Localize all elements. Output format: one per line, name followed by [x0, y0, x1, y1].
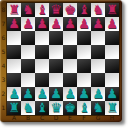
piece-white-pawn[interactable]: ♟ [64, 87, 76, 101]
rank-label-8: 8 [0, 3, 7, 17]
square-h5[interactable] [105, 45, 119, 59]
square-d7[interactable]: ♟ [49, 17, 63, 31]
rank-labels: 87654321 [0, 3, 7, 115]
square-a8[interactable]: ♜ [7, 3, 21, 17]
square-c8[interactable]: ♝ [35, 3, 49, 17]
piece-white-pawn[interactable]: ♟ [92, 87, 104, 101]
piece-black-pawn[interactable]: ♟ [92, 17, 104, 31]
square-b8[interactable]: ♞ [21, 3, 35, 17]
file-label-h: H [105, 114, 119, 122]
piece-white-bishop[interactable]: ♝ [78, 101, 90, 115]
square-f7[interactable]: ♟ [77, 17, 91, 31]
piece-black-rook[interactable]: ♜ [106, 3, 118, 17]
square-e5[interactable] [63, 45, 77, 59]
square-h6[interactable] [105, 31, 119, 45]
square-h3[interactable] [105, 73, 119, 87]
piece-white-rook[interactable]: ♜ [106, 101, 118, 115]
square-d4[interactable] [49, 59, 63, 73]
file-labels: ABCDEFGH [7, 114, 119, 122]
piece-white-knight[interactable]: ♞ [92, 101, 104, 115]
square-b7[interactable]: ♟ [21, 17, 35, 31]
square-f2[interactable]: ♟ [77, 87, 91, 101]
piece-black-queen[interactable]: ♛ [50, 3, 62, 17]
square-g6[interactable] [91, 31, 105, 45]
square-g5[interactable] [91, 45, 105, 59]
square-e7[interactable]: ♟ [63, 17, 77, 31]
square-a2[interactable]: ♟ [7, 87, 21, 101]
rank-label-3: 3 [0, 73, 7, 87]
square-h1[interactable]: ♜ [105, 101, 119, 115]
piece-black-pawn[interactable]: ♟ [8, 17, 20, 31]
piece-white-queen[interactable]: ♛ [50, 101, 62, 115]
file-label-f: F [77, 114, 91, 122]
square-g3[interactable] [91, 73, 105, 87]
rank-label-6: 6 [0, 31, 7, 45]
square-f8[interactable]: ♝ [77, 3, 91, 17]
piece-white-rook[interactable]: ♜ [8, 101, 20, 115]
square-b5[interactable] [21, 45, 35, 59]
square-c2[interactable]: ♟ [35, 87, 49, 101]
rank-label-2: 2 [0, 87, 7, 101]
square-h8[interactable]: ♜ [105, 3, 119, 17]
square-e8[interactable]: ♚ [63, 3, 77, 17]
file-label-b: B [21, 114, 35, 122]
square-c7[interactable]: ♟ [35, 17, 49, 31]
square-c1[interactable]: ♝ [35, 101, 49, 115]
file-label-d: D [49, 114, 63, 122]
square-h7[interactable]: ♟ [105, 17, 119, 31]
square-f6[interactable] [77, 31, 91, 45]
square-g8[interactable]: ♞ [91, 3, 105, 17]
file-label-e: E [63, 114, 77, 122]
rank-label-4: 4 [0, 59, 7, 73]
square-c5[interactable] [35, 45, 49, 59]
square-g7[interactable]: ♟ [91, 17, 105, 31]
file-label-a: A [7, 114, 21, 122]
piece-black-king[interactable]: ♚ [64, 3, 76, 17]
piece-white-pawn[interactable]: ♟ [50, 87, 62, 101]
square-b2[interactable]: ♟ [21, 87, 35, 101]
square-f5[interactable] [77, 45, 91, 59]
piece-black-pawn[interactable]: ♟ [36, 17, 48, 31]
square-d2[interactable]: ♟ [49, 87, 63, 101]
square-f4[interactable] [77, 59, 91, 73]
square-d5[interactable] [49, 45, 63, 59]
piece-black-knight[interactable]: ♞ [22, 3, 34, 17]
piece-black-knight[interactable]: ♞ [92, 3, 104, 17]
square-g2[interactable]: ♟ [91, 87, 105, 101]
piece-black-pawn[interactable]: ♟ [78, 17, 90, 31]
square-e4[interactable] [63, 59, 77, 73]
piece-black-bishop[interactable]: ♝ [36, 3, 48, 17]
square-d6[interactable] [49, 31, 63, 45]
rank-label-7: 7 [0, 17, 7, 31]
square-c4[interactable] [35, 59, 49, 73]
piece-white-knight[interactable]: ♞ [22, 101, 34, 115]
chessboard-frame: 87654321 ABCDEFGH ♜♞♝♛♚♝♞♜♟♟♟♟♟♟♟♟♟♟♟♟♟♟… [0, 0, 122, 122]
square-e1[interactable]: ♚ [63, 101, 77, 115]
square-h4[interactable] [105, 59, 119, 73]
piece-black-pawn[interactable]: ♟ [22, 17, 34, 31]
file-label-c: C [35, 114, 49, 122]
square-d8[interactable]: ♛ [49, 3, 63, 17]
piece-white-bishop[interactable]: ♝ [36, 101, 48, 115]
square-a6[interactable] [7, 31, 21, 45]
square-f1[interactable]: ♝ [77, 101, 91, 115]
piece-white-pawn[interactable]: ♟ [22, 87, 34, 101]
square-e2[interactable]: ♟ [63, 87, 77, 101]
rank-label-5: 5 [0, 45, 7, 59]
square-g1[interactable]: ♞ [91, 101, 105, 115]
square-b1[interactable]: ♞ [21, 101, 35, 115]
square-a5[interactable] [7, 45, 21, 59]
piece-black-pawn[interactable]: ♟ [64, 17, 76, 31]
piece-black-rook[interactable]: ♜ [8, 3, 20, 17]
piece-white-pawn[interactable]: ♟ [106, 87, 118, 101]
piece-black-bishop[interactable]: ♝ [78, 3, 90, 17]
piece-black-pawn[interactable]: ♟ [106, 17, 118, 31]
square-h2[interactable]: ♟ [105, 87, 119, 101]
square-a3[interactable] [7, 73, 21, 87]
square-e3[interactable] [63, 73, 77, 87]
chess-board[interactable]: ♜♞♝♛♚♝♞♜♟♟♟♟♟♟♟♟♟♟♟♟♟♟♟♟♜♞♝♛♚♝♞♜ [7, 3, 119, 115]
piece-black-pawn[interactable]: ♟ [50, 17, 62, 31]
square-b4[interactable] [21, 59, 35, 73]
square-b6[interactable] [21, 31, 35, 45]
square-g4[interactable] [91, 59, 105, 73]
piece-white-pawn[interactable]: ♟ [36, 87, 48, 101]
square-d3[interactable] [49, 73, 63, 87]
piece-white-king[interactable]: ♚ [64, 101, 76, 115]
square-a7[interactable]: ♟ [7, 17, 21, 31]
file-label-g: G [91, 114, 105, 122]
page: 87654321 ABCDEFGH ♜♞♝♛♚♝♞♜♟♟♟♟♟♟♟♟♟♟♟♟♟♟… [0, 0, 129, 129]
square-c3[interactable] [35, 73, 49, 87]
rank-label-1: 1 [0, 101, 7, 115]
piece-white-pawn[interactable]: ♟ [8, 87, 20, 101]
square-b3[interactable] [21, 73, 35, 87]
square-a1[interactable]: ♜ [7, 101, 21, 115]
square-f3[interactable] [77, 73, 91, 87]
square-c6[interactable] [35, 31, 49, 45]
square-d1[interactable]: ♛ [49, 101, 63, 115]
square-e6[interactable] [63, 31, 77, 45]
square-a4[interactable] [7, 59, 21, 73]
piece-white-pawn[interactable]: ♟ [78, 87, 90, 101]
